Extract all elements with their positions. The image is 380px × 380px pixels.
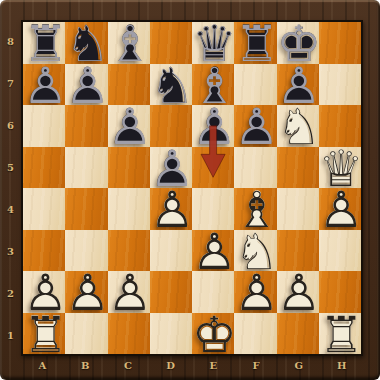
file-label-f: F — [235, 356, 278, 374]
black-pawn-icon[interactable]: ♟ — [150, 147, 192, 189]
white-knight-outline-icon: ♘ — [234, 230, 276, 272]
white-rook-outline-icon: ♖ — [319, 313, 361, 355]
square-c7[interactable] — [108, 64, 150, 106]
black-bishop-outline-icon: ♗ — [108, 22, 150, 64]
square-b6[interactable] — [65, 105, 107, 147]
square-c6[interactable]: ♟♙ — [108, 105, 150, 147]
black-queen-outline-icon: ♕ — [192, 22, 234, 64]
square-a1[interactable]: ♜♖ — [23, 313, 65, 355]
white-pawn-icon[interactable]: ♟ — [108, 271, 150, 313]
black-queen-icon[interactable]: ♛ — [192, 22, 234, 64]
white-king-icon[interactable]: ♚ — [192, 313, 234, 355]
square-e2[interactable] — [192, 271, 234, 313]
rank-label-8: 8 — [0, 20, 21, 62]
square-f8[interactable]: ♜♖ — [234, 22, 276, 64]
square-h2[interactable] — [319, 271, 361, 313]
square-d2[interactable] — [150, 271, 192, 313]
white-queen-outline-icon: ♕ — [319, 147, 361, 189]
square-f3[interactable]: ♞♘ — [234, 230, 276, 272]
square-e5[interactable] — [192, 147, 234, 189]
black-pawn-outline-icon: ♙ — [277, 64, 319, 106]
square-e7[interactable]: ♝♗ — [192, 64, 234, 106]
square-a3[interactable] — [23, 230, 65, 272]
square-c4[interactable] — [108, 188, 150, 230]
square-g8[interactable]: ♚♔ — [277, 22, 319, 64]
black-pawn-icon[interactable]: ♟ — [23, 64, 65, 106]
black-bishop-icon[interactable]: ♝ — [108, 22, 150, 64]
square-c2[interactable]: ♟♙ — [108, 271, 150, 313]
square-g1[interactable] — [277, 313, 319, 355]
square-a2[interactable]: ♟♙ — [23, 271, 65, 313]
black-pawn-icon[interactable]: ♟ — [192, 105, 234, 147]
file-label-e: E — [192, 356, 235, 374]
rank-label-7: 7 — [0, 62, 21, 104]
black-rook-icon[interactable]: ♜ — [23, 22, 65, 64]
square-a6[interactable] — [23, 105, 65, 147]
white-pawn-icon[interactable]: ♟ — [234, 271, 276, 313]
black-pawn-outline-icon: ♙ — [23, 64, 65, 106]
white-rook-outline-icon: ♖ — [23, 313, 65, 355]
square-g2[interactable]: ♟♙ — [277, 271, 319, 313]
square-b7[interactable]: ♟♙ — [65, 64, 107, 106]
rank-label-1: 1 — [0, 314, 21, 356]
square-d4[interactable]: ♟♙ — [150, 188, 192, 230]
square-g5[interactable] — [277, 147, 319, 189]
black-king-outline-icon: ♔ — [277, 22, 319, 64]
white-pawn-outline-icon: ♙ — [192, 230, 234, 272]
white-pawn-outline-icon: ♙ — [234, 271, 276, 313]
square-f1[interactable] — [234, 313, 276, 355]
white-knight-icon[interactable]: ♞ — [234, 230, 276, 272]
square-f4[interactable]: ♝♗ — [234, 188, 276, 230]
square-h5[interactable]: ♛♕ — [319, 147, 361, 189]
square-e8[interactable]: ♛♕ — [192, 22, 234, 64]
white-pawn-outline-icon: ♙ — [277, 271, 319, 313]
square-h4[interactable]: ♟♙ — [319, 188, 361, 230]
square-h8[interactable] — [319, 22, 361, 64]
square-h3[interactable] — [319, 230, 361, 272]
board-frame: 87654321 ABCDEFGH ♜♖♞♘♝♗♛♕♜♖♚♔♟♙♟♙♞♘♝♗♟♙… — [0, 0, 380, 380]
white-pawn-icon[interactable]: ♟ — [65, 271, 107, 313]
white-pawn-icon[interactable]: ♟ — [150, 188, 192, 230]
square-d5[interactable]: ♟♙ — [150, 147, 192, 189]
chess-board[interactable]: ♜♖♞♘♝♗♛♕♜♖♚♔♟♙♟♙♞♘♝♗♟♙♟♙♟♙♟♙♞♘♟♙♛♕♟♙♝♗♟♙… — [21, 20, 363, 356]
square-e6[interactable]: ♟♙ — [192, 105, 234, 147]
white-king-outline-icon: ♔ — [192, 313, 234, 355]
black-pawn-outline-icon: ♙ — [65, 64, 107, 106]
file-label-g: G — [278, 356, 321, 374]
black-pawn-outline-icon: ♙ — [150, 147, 192, 189]
white-pawn-outline-icon: ♙ — [150, 188, 192, 230]
black-rook-outline-icon: ♖ — [234, 22, 276, 64]
black-knight-icon[interactable]: ♞ — [150, 64, 192, 106]
rank-label-5: 5 — [0, 146, 21, 188]
black-knight-icon[interactable]: ♞ — [65, 22, 107, 64]
square-f7[interactable] — [234, 64, 276, 106]
white-bishop-icon[interactable]: ♝ — [234, 188, 276, 230]
square-d8[interactable] — [150, 22, 192, 64]
square-e4[interactable] — [192, 188, 234, 230]
file-label-a: A — [21, 356, 64, 374]
square-d7[interactable]: ♞♘ — [150, 64, 192, 106]
square-f2[interactable]: ♟♙ — [234, 271, 276, 313]
square-c5[interactable] — [108, 147, 150, 189]
black-pawn-icon[interactable]: ♟ — [277, 64, 319, 106]
square-h1[interactable]: ♜♖ — [319, 313, 361, 355]
square-g4[interactable] — [277, 188, 319, 230]
black-knight-outline-icon: ♘ — [150, 64, 192, 106]
white-rook-icon[interactable]: ♜ — [319, 313, 361, 355]
square-c3[interactable] — [108, 230, 150, 272]
square-b8[interactable]: ♞♘ — [65, 22, 107, 64]
square-a5[interactable] — [23, 147, 65, 189]
black-knight-outline-icon: ♘ — [65, 22, 107, 64]
square-b1[interactable] — [65, 313, 107, 355]
white-rook-icon[interactable]: ♜ — [23, 313, 65, 355]
square-c1[interactable] — [108, 313, 150, 355]
black-bishop-outline-icon: ♗ — [192, 64, 234, 106]
square-e1[interactable]: ♚♔ — [192, 313, 234, 355]
black-king-icon[interactable]: ♚ — [277, 22, 319, 64]
rank-labels: 87654321 — [0, 20, 21, 356]
square-d3[interactable] — [150, 230, 192, 272]
file-label-b: B — [64, 356, 107, 374]
rank-label-6: 6 — [0, 104, 21, 146]
square-b4[interactable] — [65, 188, 107, 230]
square-b2[interactable]: ♟♙ — [65, 271, 107, 313]
file-label-d: D — [149, 356, 192, 374]
black-bishop-icon[interactable]: ♝ — [192, 64, 234, 106]
white-queen-icon[interactable]: ♛ — [319, 147, 361, 189]
white-pawn-outline-icon: ♙ — [23, 271, 65, 313]
rank-label-2: 2 — [0, 272, 21, 314]
black-pawn-outline-icon: ♙ — [234, 105, 276, 147]
file-labels: ABCDEFGH — [21, 356, 363, 374]
square-c8[interactable]: ♝♗ — [108, 22, 150, 64]
white-pawn-icon[interactable]: ♟ — [192, 230, 234, 272]
square-f5[interactable] — [234, 147, 276, 189]
rank-label-3: 3 — [0, 230, 21, 272]
square-d1[interactable] — [150, 313, 192, 355]
square-g7[interactable]: ♟♙ — [277, 64, 319, 106]
black-pawn-icon[interactable]: ♟ — [108, 105, 150, 147]
white-pawn-icon[interactable]: ♟ — [23, 271, 65, 313]
white-knight-icon[interactable]: ♞ — [277, 105, 319, 147]
square-a4[interactable] — [23, 188, 65, 230]
rank-label-4: 4 — [0, 188, 21, 230]
square-h6[interactable] — [319, 105, 361, 147]
square-h7[interactable] — [319, 64, 361, 106]
white-pawn-outline-icon: ♙ — [65, 271, 107, 313]
white-pawn-icon[interactable]: ♟ — [319, 188, 361, 230]
square-g6[interactable]: ♞♘ — [277, 105, 319, 147]
white-pawn-outline-icon: ♙ — [319, 188, 361, 230]
square-e3[interactable]: ♟♙ — [192, 230, 234, 272]
black-pawn-outline-icon: ♙ — [108, 105, 150, 147]
white-pawn-outline-icon: ♙ — [108, 271, 150, 313]
white-bishop-outline-icon: ♗ — [234, 188, 276, 230]
square-a7[interactable]: ♟♙ — [23, 64, 65, 106]
black-rook-outline-icon: ♖ — [23, 22, 65, 64]
file-label-c: C — [107, 356, 150, 374]
black-rook-icon[interactable]: ♜ — [234, 22, 276, 64]
square-d6[interactable] — [150, 105, 192, 147]
black-pawn-outline-icon: ♙ — [192, 105, 234, 147]
black-pawn-icon[interactable]: ♟ — [65, 64, 107, 106]
white-knight-outline-icon: ♘ — [277, 105, 319, 147]
square-g3[interactable] — [277, 230, 319, 272]
square-f6[interactable]: ♟♙ — [234, 105, 276, 147]
square-b3[interactable] — [65, 230, 107, 272]
square-a8[interactable]: ♜♖ — [23, 22, 65, 64]
black-pawn-icon[interactable]: ♟ — [234, 105, 276, 147]
white-pawn-icon[interactable]: ♟ — [277, 271, 319, 313]
file-label-h: H — [320, 356, 363, 374]
square-b5[interactable] — [65, 147, 107, 189]
